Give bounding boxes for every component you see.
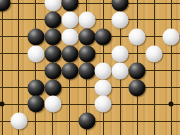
- stone-glyph: ●: [86, 53, 87, 54]
- black-stone[interactable]: ●: [129, 79, 146, 96]
- stone-glyph: ○: [52, 104, 53, 105]
- white-stone[interactable]: ○: [95, 96, 112, 113]
- stone-glyph: ○: [52, 3, 53, 4]
- white-stone[interactable]: ○: [44, 0, 61, 12]
- black-stone[interactable]: ●: [78, 45, 95, 62]
- stone-glyph: ○: [171, 36, 172, 37]
- star-point: [169, 102, 174, 107]
- white-stone[interactable]: ○: [112, 45, 129, 62]
- white-stone[interactable]: ○: [27, 45, 44, 62]
- black-stone[interactable]: ●: [78, 113, 95, 130]
- stone-glyph: ○: [69, 36, 70, 37]
- white-stone[interactable]: ○: [95, 79, 112, 96]
- stone-glyph: ○: [69, 19, 70, 20]
- stone-glyph: ●: [137, 87, 138, 88]
- black-stone[interactable]: ●: [27, 96, 44, 113]
- stone-glyph: ○: [103, 70, 104, 71]
- white-stone[interactable]: ○: [44, 96, 61, 113]
- white-stone[interactable]: ○: [61, 28, 78, 45]
- go-board[interactable]: ●○●●●○○○●●○●●○○○●●●○○●●●○○●●●○●●○○○●: [0, 0, 180, 135]
- white-stone[interactable]: ○: [95, 62, 112, 79]
- black-stone[interactable]: ●: [112, 0, 129, 12]
- white-stone[interactable]: ○: [163, 28, 180, 45]
- stone-glyph: ●: [52, 53, 53, 54]
- stone-glyph: ○: [103, 104, 104, 105]
- stone-glyph: ○: [86, 19, 87, 20]
- stone-glyph: ●: [35, 104, 36, 105]
- stone-glyph: ○: [120, 19, 121, 20]
- black-stone[interactable]: ●: [78, 62, 95, 79]
- stone-glyph: ●: [69, 3, 70, 4]
- black-stone[interactable]: ●: [61, 62, 78, 79]
- white-stone[interactable]: ○: [112, 62, 129, 79]
- stone-glyph: ●: [52, 19, 53, 20]
- black-stone[interactable]: ●: [129, 62, 146, 79]
- black-stone[interactable]: ●: [61, 0, 78, 12]
- stone-glyph: ●: [86, 36, 87, 37]
- black-stone[interactable]: ●: [44, 62, 61, 79]
- stone-glyph: ●: [69, 70, 70, 71]
- black-stone[interactable]: ●: [78, 28, 95, 45]
- stone-glyph: ○: [120, 70, 121, 71]
- white-stone[interactable]: ○: [78, 11, 95, 28]
- grid-hline: [0, 3, 180, 4]
- white-stone[interactable]: ○: [61, 11, 78, 28]
- stone-glyph: ●: [86, 121, 87, 122]
- stone-glyph: ○: [103, 87, 104, 88]
- stone-glyph: ●: [120, 3, 121, 4]
- white-stone[interactable]: ○: [129, 28, 146, 45]
- black-stone[interactable]: ●: [44, 28, 61, 45]
- stone-glyph: ●: [52, 70, 53, 71]
- black-stone[interactable]: ●: [27, 28, 44, 45]
- stone-glyph: ●: [35, 87, 36, 88]
- black-stone[interactable]: ●: [44, 79, 61, 96]
- stone-glyph: ●: [52, 87, 53, 88]
- stone-glyph: ●: [52, 36, 53, 37]
- stone-glyph: ●: [69, 53, 70, 54]
- black-stone[interactable]: ●: [44, 11, 61, 28]
- white-stone[interactable]: ○: [112, 11, 129, 28]
- stone-glyph: ○: [154, 53, 155, 54]
- black-stone[interactable]: ●: [95, 28, 112, 45]
- screenshot-root: ●○●●●○○○●●○●●○○○●●●○○●●●○○●●●○●●○○○●: [0, 0, 180, 135]
- stone-glyph: ●: [2, 3, 3, 4]
- black-stone[interactable]: ●: [27, 79, 44, 96]
- white-stone[interactable]: ○: [146, 45, 163, 62]
- black-stone[interactable]: ●: [61, 45, 78, 62]
- star-point: [0, 102, 5, 107]
- stone-glyph: ○: [35, 53, 36, 54]
- white-stone[interactable]: ○: [10, 113, 27, 130]
- stone-glyph: ○: [18, 121, 19, 122]
- stone-glyph: ○: [120, 53, 121, 54]
- stone-glyph: ●: [35, 36, 36, 37]
- black-stone[interactable]: ●: [44, 45, 61, 62]
- black-stone[interactable]: ●: [0, 0, 11, 12]
- stone-glyph: ○: [137, 36, 138, 37]
- stone-glyph: ●: [103, 36, 104, 37]
- stone-glyph: ●: [86, 70, 87, 71]
- stone-glyph: ●: [137, 70, 138, 71]
